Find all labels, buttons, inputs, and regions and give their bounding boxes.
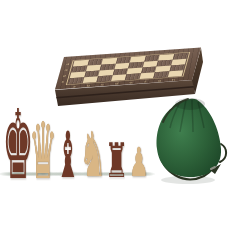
storage-pouch: [150, 94, 228, 190]
piece-knight-light: ♞: [79, 124, 107, 174]
rank-label: 1: [58, 78, 67, 84]
product-photo: abcdefgh 1234 ♚ ♛ ♝ ♞ ♜ ♟: [0, 0, 228, 228]
file-label: g: [152, 79, 167, 82]
file-label: b: [81, 84, 96, 87]
board-square-h1: [167, 70, 183, 77]
rank-label: 3: [61, 67, 70, 73]
file-label: e: [124, 81, 139, 84]
piece-bishop-dark: ♝: [55, 123, 81, 174]
pawn-glyph: ♟: [129, 142, 149, 182]
rank-label: 2: [60, 73, 69, 79]
rook-glyph: ♜: [105, 136, 129, 184]
piece-pawn-light: ♟: [127, 142, 151, 174]
knight-glyph: ♞: [80, 124, 107, 186]
piece-queen-light: ♛: [29, 112, 57, 174]
file-label: c: [95, 83, 110, 86]
file-label: d: [109, 82, 124, 85]
file-label: f: [138, 80, 153, 83]
pouch-body: [157, 99, 221, 177]
queen-glyph: ♛: [29, 112, 57, 190]
bishop-glyph: ♝: [56, 123, 80, 187]
file-label: h: [166, 78, 181, 81]
file-label: a: [67, 85, 82, 88]
pouch-graphic: [150, 94, 228, 190]
rank-label: 4: [63, 61, 72, 67]
